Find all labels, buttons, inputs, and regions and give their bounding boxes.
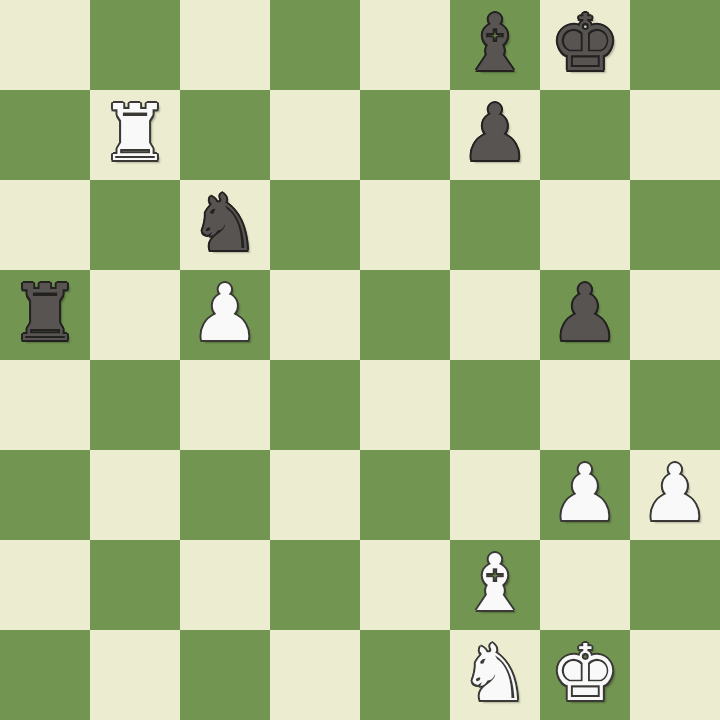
- square-g2[interactable]: [540, 540, 630, 630]
- square-f2[interactable]: ♝: [450, 540, 540, 630]
- square-b7[interactable]: ♜: [90, 90, 180, 180]
- piece-white-pawn[interactable]: ♟: [190, 268, 260, 358]
- square-d5[interactable]: [270, 270, 360, 360]
- square-d8[interactable]: [270, 0, 360, 90]
- square-c6[interactable]: ♞: [180, 180, 270, 270]
- square-a8[interactable]: [0, 0, 90, 90]
- square-a7[interactable]: [0, 90, 90, 180]
- piece-black-pawn[interactable]: ♟: [460, 88, 530, 178]
- square-g4[interactable]: [540, 360, 630, 450]
- square-b4[interactable]: [90, 360, 180, 450]
- square-e5[interactable]: [360, 270, 450, 360]
- piece-black-rook[interactable]: ♜: [10, 268, 80, 358]
- square-h3[interactable]: ♟: [630, 450, 720, 540]
- piece-white-bishop[interactable]: ♝: [460, 538, 530, 628]
- square-h6[interactable]: [630, 180, 720, 270]
- square-h8[interactable]: [630, 0, 720, 90]
- square-g3[interactable]: ♟: [540, 450, 630, 540]
- square-f7[interactable]: ♟: [450, 90, 540, 180]
- square-c2[interactable]: [180, 540, 270, 630]
- square-c7[interactable]: [180, 90, 270, 180]
- square-g7[interactable]: [540, 90, 630, 180]
- piece-white-pawn[interactable]: ♟: [550, 448, 620, 538]
- square-h7[interactable]: [630, 90, 720, 180]
- square-c8[interactable]: [180, 0, 270, 90]
- square-g8[interactable]: ♚: [540, 0, 630, 90]
- square-e7[interactable]: [360, 90, 450, 180]
- piece-white-knight[interactable]: ♞: [460, 628, 530, 718]
- square-a5[interactable]: ♜: [0, 270, 90, 360]
- square-b8[interactable]: [90, 0, 180, 90]
- square-h1[interactable]: [630, 630, 720, 720]
- square-f6[interactable]: [450, 180, 540, 270]
- piece-black-pawn[interactable]: ♟: [550, 268, 620, 358]
- square-d1[interactable]: [270, 630, 360, 720]
- square-g5[interactable]: ♟: [540, 270, 630, 360]
- square-f3[interactable]: [450, 450, 540, 540]
- piece-white-pawn[interactable]: ♟: [640, 448, 710, 538]
- square-d7[interactable]: [270, 90, 360, 180]
- square-g1[interactable]: ♚: [540, 630, 630, 720]
- square-e2[interactable]: [360, 540, 450, 630]
- piece-white-king[interactable]: ♚: [550, 628, 620, 718]
- square-a6[interactable]: [0, 180, 90, 270]
- square-e6[interactable]: [360, 180, 450, 270]
- square-a3[interactable]: [0, 450, 90, 540]
- square-d3[interactable]: [270, 450, 360, 540]
- square-c5[interactable]: ♟: [180, 270, 270, 360]
- square-d4[interactable]: [270, 360, 360, 450]
- square-h2[interactable]: [630, 540, 720, 630]
- square-c4[interactable]: [180, 360, 270, 450]
- chess-board: ♝♚♜♟♞♜♟♟♟♟♝♞♚: [0, 0, 720, 720]
- piece-black-knight[interactable]: ♞: [190, 178, 260, 268]
- square-g6[interactable]: [540, 180, 630, 270]
- square-b2[interactable]: [90, 540, 180, 630]
- square-b5[interactable]: [90, 270, 180, 360]
- piece-black-king[interactable]: ♚: [550, 0, 620, 88]
- square-f1[interactable]: ♞: [450, 630, 540, 720]
- square-e3[interactable]: [360, 450, 450, 540]
- square-b1[interactable]: [90, 630, 180, 720]
- square-e1[interactable]: [360, 630, 450, 720]
- square-f5[interactable]: [450, 270, 540, 360]
- square-e4[interactable]: [360, 360, 450, 450]
- square-f8[interactable]: ♝: [450, 0, 540, 90]
- square-a2[interactable]: [0, 540, 90, 630]
- square-a1[interactable]: [0, 630, 90, 720]
- square-d6[interactable]: [270, 180, 360, 270]
- square-d2[interactable]: [270, 540, 360, 630]
- piece-white-rook[interactable]: ♜: [100, 88, 170, 178]
- square-c3[interactable]: [180, 450, 270, 540]
- square-b6[interactable]: [90, 180, 180, 270]
- square-f4[interactable]: [450, 360, 540, 450]
- square-c1[interactable]: [180, 630, 270, 720]
- square-a4[interactable]: [0, 360, 90, 450]
- square-h4[interactable]: [630, 360, 720, 450]
- square-b3[interactable]: [90, 450, 180, 540]
- piece-black-bishop[interactable]: ♝: [460, 0, 530, 88]
- square-e8[interactable]: [360, 0, 450, 90]
- square-h5[interactable]: [630, 270, 720, 360]
